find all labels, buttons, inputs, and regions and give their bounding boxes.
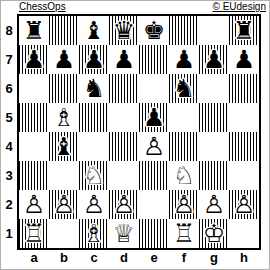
black-king: ♚ xyxy=(139,16,169,45)
piece-glyph: ♟ xyxy=(79,45,109,74)
white-knight: ♞♘ xyxy=(79,161,109,190)
rank-label-8: 8 xyxy=(1,16,17,45)
square-h2[interactable]: ♟♙ xyxy=(229,190,259,219)
file-label-b: b xyxy=(49,250,79,266)
rank-label-1: 1 xyxy=(1,219,17,248)
piece-glyph: ♟ xyxy=(19,45,49,74)
square-e5[interactable]: ♟ xyxy=(139,103,169,132)
rank-label-3: 3 xyxy=(1,161,17,190)
piece-glyph: ♞ xyxy=(169,74,199,103)
square-e3[interactable] xyxy=(139,161,169,190)
square-a3[interactable] xyxy=(19,161,49,190)
piece-glyph: ♘ xyxy=(79,161,109,190)
white-knight: ♞♘ xyxy=(169,161,199,190)
black-pawn: ♟ xyxy=(199,45,229,74)
black-rook: ♜ xyxy=(19,16,49,45)
black-knight: ♞ xyxy=(169,74,199,103)
white-pawn: ♟♙ xyxy=(109,190,139,219)
white-rook: ♜♖ xyxy=(169,219,199,248)
piece-glyph: ♝ xyxy=(49,132,79,161)
piece-glyph: ♙ xyxy=(199,190,229,219)
piece-glyph: ♙ xyxy=(109,190,139,219)
file-label-h: h xyxy=(229,250,259,266)
white-rook: ♜♖ xyxy=(19,219,49,248)
square-b4[interactable]: ♝ xyxy=(49,132,79,161)
white-pawn: ♟♙ xyxy=(139,132,169,161)
piece-glyph: ♚ xyxy=(139,16,169,45)
piece-glyph: ♖ xyxy=(19,219,49,248)
rank-label-7: 7 xyxy=(1,45,17,74)
piece-glyph: ♟ xyxy=(169,45,199,74)
piece-glyph: ♙ xyxy=(79,190,109,219)
square-f6[interactable]: ♞ xyxy=(169,74,199,103)
square-a1[interactable]: ♜♖ xyxy=(19,219,49,248)
piece-glyph: ♘ xyxy=(169,161,199,190)
file-label-c: c xyxy=(79,250,109,266)
white-pawn: ♟♙ xyxy=(199,190,229,219)
piece-glyph: ♖ xyxy=(169,219,199,248)
square-c2[interactable]: ♟♙ xyxy=(79,190,109,219)
file-label-g: g xyxy=(199,250,229,266)
square-e6[interactable] xyxy=(139,74,169,103)
square-b8[interactable] xyxy=(49,16,79,45)
piece-glyph: ♙ xyxy=(229,190,259,219)
square-c7[interactable]: ♟ xyxy=(79,45,109,74)
file-label-d: d xyxy=(109,250,139,266)
header: ChessOps © EUdesign xyxy=(19,1,266,14)
piece-glyph: ♟ xyxy=(199,45,229,74)
square-d1[interactable]: ♛♕ xyxy=(109,219,139,248)
white-pawn: ♟♙ xyxy=(169,190,199,219)
chess-board: ♜♝♛♚♜♟♟♟♟♟♟♟♞♞♝♗♟♝♟♙♞♘♞♘♟♙♟♙♟♙♟♙♟♙♟♙♟♙♜♖… xyxy=(17,14,261,250)
square-g4[interactable] xyxy=(199,132,229,161)
piece-glyph: ♙ xyxy=(169,190,199,219)
white-pawn: ♟♙ xyxy=(79,190,109,219)
square-g8[interactable] xyxy=(199,16,229,45)
white-pawn: ♟♙ xyxy=(229,190,259,219)
square-d8[interactable]: ♛ xyxy=(109,16,139,45)
credit-link[interactable]: © EUdesign xyxy=(212,1,266,13)
square-d4[interactable] xyxy=(109,132,139,161)
square-c4[interactable] xyxy=(79,132,109,161)
black-pawn: ♟ xyxy=(79,45,109,74)
file-labels: abcdefgh xyxy=(17,250,261,266)
piece-glyph: ♙ xyxy=(19,190,49,219)
piece-glyph: ♔ xyxy=(199,219,229,248)
square-c1[interactable]: ♝♗ xyxy=(79,219,109,248)
square-c6[interactable]: ♞ xyxy=(79,74,109,103)
file-label-f: f xyxy=(169,250,199,266)
rank-label-5: 5 xyxy=(1,103,17,132)
black-knight: ♞ xyxy=(79,74,109,103)
square-c8[interactable]: ♝ xyxy=(79,16,109,45)
piece-glyph: ♟ xyxy=(109,45,139,74)
square-h7[interactable]: ♟ xyxy=(229,45,259,74)
rank-label-4: 4 xyxy=(1,132,17,161)
square-g1[interactable]: ♚♔ xyxy=(199,219,229,248)
square-h8[interactable]: ♜ xyxy=(229,16,259,45)
square-f3[interactable]: ♞♘ xyxy=(169,161,199,190)
square-e1[interactable] xyxy=(139,219,169,248)
square-g6[interactable] xyxy=(199,74,229,103)
square-f1[interactable]: ♜♖ xyxy=(169,219,199,248)
black-rook: ♜ xyxy=(229,16,259,45)
black-pawn: ♟ xyxy=(229,45,259,74)
square-g7[interactable]: ♟ xyxy=(199,45,229,74)
piece-glyph: ♟ xyxy=(139,103,169,132)
rank-label-2: 2 xyxy=(1,190,17,219)
square-e2[interactable] xyxy=(139,190,169,219)
square-d5[interactable] xyxy=(109,103,139,132)
square-a5[interactable] xyxy=(19,103,49,132)
square-b5[interactable]: ♝♗ xyxy=(49,103,79,132)
square-e7[interactable] xyxy=(139,45,169,74)
square-f8[interactable] xyxy=(169,16,199,45)
board-area: 87654321 ♜♝♛♚♜♟♟♟♟♟♟♟♞♞♝♗♟♝♟♙♞♘♞♘♟♙♟♙♟♙♟… xyxy=(1,14,261,266)
square-h4[interactable] xyxy=(229,132,259,161)
square-a8[interactable]: ♜ xyxy=(19,16,49,45)
square-a2[interactable]: ♟♙ xyxy=(19,190,49,219)
white-pawn: ♟♙ xyxy=(49,190,79,219)
chess-diagram: ChessOps © EUdesign 87654321 ♜♝♛♚♜♟♟♟♟♟♟… xyxy=(0,0,270,270)
piece-glyph: ♗ xyxy=(79,219,109,248)
piece-glyph: ♕ xyxy=(109,219,139,248)
piece-glyph: ♟ xyxy=(229,45,259,74)
square-c5[interactable] xyxy=(79,103,109,132)
piece-glyph: ♟ xyxy=(49,45,79,74)
square-b2[interactable]: ♟♙ xyxy=(49,190,79,219)
square-d2[interactable]: ♟♙ xyxy=(109,190,139,219)
square-d7[interactable]: ♟ xyxy=(109,45,139,74)
square-g5[interactable] xyxy=(199,103,229,132)
square-b7[interactable]: ♟ xyxy=(49,45,79,74)
square-h3[interactable] xyxy=(229,161,259,190)
square-f5[interactable] xyxy=(169,103,199,132)
rank-label-6: 6 xyxy=(1,74,17,103)
black-pawn: ♟ xyxy=(109,45,139,74)
square-b1[interactable] xyxy=(49,219,79,248)
square-a7[interactable]: ♟ xyxy=(19,45,49,74)
rank-labels: 87654321 xyxy=(1,14,17,250)
square-e8[interactable]: ♚ xyxy=(139,16,169,45)
square-f2[interactable]: ♟♙ xyxy=(169,190,199,219)
square-f7[interactable]: ♟ xyxy=(169,45,199,74)
piece-glyph: ♛ xyxy=(109,16,139,45)
file-label-a: a xyxy=(19,250,49,266)
square-h5[interactable] xyxy=(229,103,259,132)
black-pawn: ♟ xyxy=(139,103,169,132)
square-f4[interactable] xyxy=(169,132,199,161)
square-b3[interactable] xyxy=(49,161,79,190)
piece-glyph: ♝ xyxy=(79,16,109,45)
piece-glyph: ♙ xyxy=(49,190,79,219)
black-pawn: ♟ xyxy=(19,45,49,74)
square-g2[interactable]: ♟♙ xyxy=(199,190,229,219)
piece-glyph: ♗ xyxy=(49,103,79,132)
square-h6[interactable] xyxy=(229,74,259,103)
white-pawn: ♟♙ xyxy=(19,190,49,219)
square-b6[interactable] xyxy=(49,74,79,103)
black-queen: ♛ xyxy=(109,16,139,45)
square-a4[interactable] xyxy=(19,132,49,161)
piece-glyph: ♜ xyxy=(229,16,259,45)
piece-glyph: ♙ xyxy=(139,132,169,161)
black-bishop: ♝ xyxy=(79,16,109,45)
piece-glyph: ♜ xyxy=(19,16,49,45)
square-d3[interactable] xyxy=(109,161,139,190)
app-title-link[interactable]: ChessOps xyxy=(19,1,66,13)
black-pawn: ♟ xyxy=(169,45,199,74)
square-h1[interactable] xyxy=(229,219,259,248)
black-pawn: ♟ xyxy=(49,45,79,74)
white-bishop: ♝♗ xyxy=(79,219,109,248)
white-bishop: ♝♗ xyxy=(49,103,79,132)
white-king: ♚♔ xyxy=(199,219,229,248)
white-queen: ♛♕ xyxy=(109,219,139,248)
black-bishop: ♝ xyxy=(49,132,79,161)
file-label-e: e xyxy=(139,250,169,266)
square-g3[interactable] xyxy=(199,161,229,190)
square-d6[interactable] xyxy=(109,74,139,103)
piece-glyph: ♞ xyxy=(79,74,109,103)
square-e4[interactable]: ♟♙ xyxy=(139,132,169,161)
square-c3[interactable]: ♞♘ xyxy=(79,161,109,190)
square-a6[interactable] xyxy=(19,74,49,103)
